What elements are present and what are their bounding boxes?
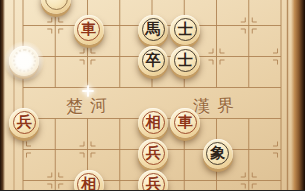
- piece-black-g4[interactable]: 象: [203, 139, 233, 169]
- piece-red-c3[interactable]: 相: [74, 170, 104, 191]
- piece-glyph: 卒: [138, 46, 168, 76]
- piece-black-e7[interactable]: 卒: [138, 46, 168, 76]
- sparkle-effect: [82, 85, 94, 97]
- piece-glyph: 象: [203, 139, 233, 169]
- piece-black-f8[interactable]: 士: [170, 15, 200, 45]
- piece-red-c8[interactable]: 車: [74, 15, 104, 45]
- piece-ring: [45, 0, 68, 10]
- piece-glyph: 兵: [138, 170, 168, 191]
- piece-glyph: 士: [170, 46, 200, 76]
- piece-red-e5[interactable]: 相: [138, 108, 168, 138]
- piece-glyph: 相: [138, 108, 168, 138]
- piece-ring: [13, 49, 36, 72]
- piece-red-f5[interactable]: 車: [170, 108, 200, 138]
- board-frame-right-edge: [291, 0, 305, 190]
- board-frame-left-edge: [0, 0, 5, 190]
- piece-black-f7[interactable]: 士: [170, 46, 200, 76]
- piece-highlight-a7[interactable]: [9, 46, 39, 76]
- piece-red-e4[interactable]: 兵: [138, 139, 168, 169]
- piece-red-e3[interactable]: 兵: [138, 170, 168, 191]
- xiangqi-board[interactable]: 楚河 漢界 車馬士卒士兵相車兵象相兵: [0, 0, 305, 190]
- piece-glyph: 馬: [138, 15, 168, 45]
- piece-glyph: 兵: [9, 108, 39, 138]
- river-label-left: 楚河: [66, 94, 115, 119]
- piece-glyph: 兵: [138, 139, 168, 169]
- piece-glyph: 車: [74, 15, 104, 45]
- piece-red-a5[interactable]: 兵: [9, 108, 39, 138]
- piece-glyph: 車: [170, 108, 200, 138]
- piece-glyph: 相: [74, 170, 104, 191]
- piece-glyph: 士: [170, 15, 200, 45]
- piece-black-e8[interactable]: 馬: [138, 15, 168, 45]
